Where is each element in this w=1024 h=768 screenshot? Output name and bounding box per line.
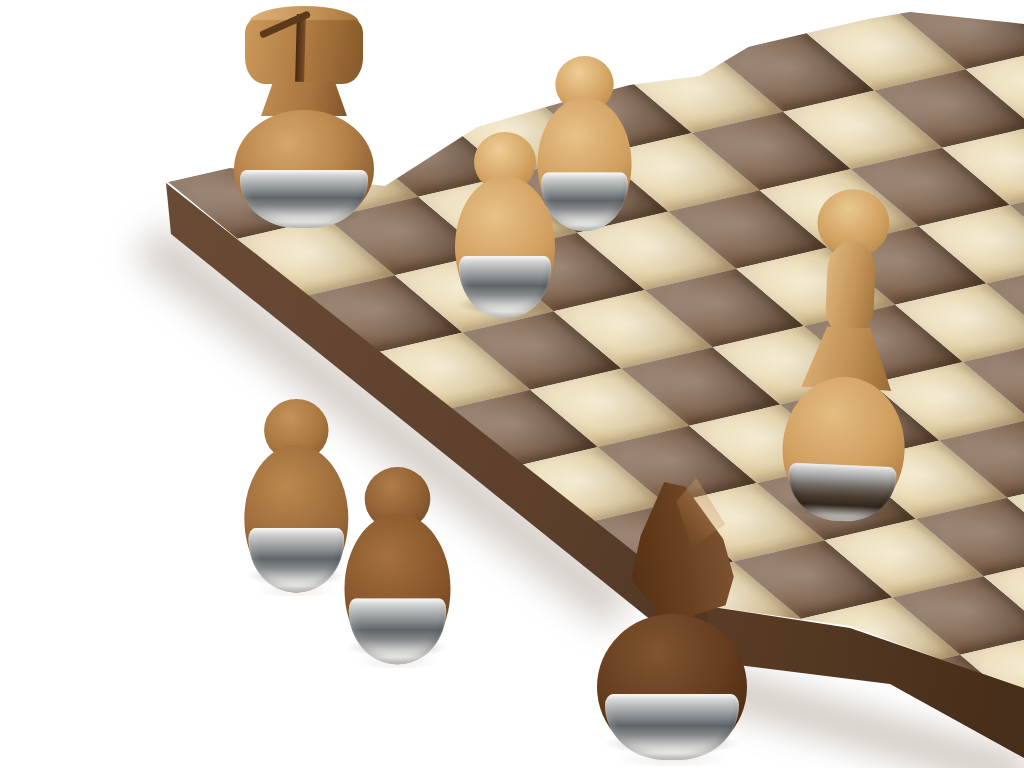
king-neck	[824, 240, 876, 338]
piece-king-beech[interactable]	[765, 186, 930, 542]
piece-rook-walnut[interactable]	[224, 6, 384, 228]
piece-pawn-walnut-b[interactable]	[336, 467, 459, 664]
board-square[interactable]	[778, 676, 937, 755]
product-photo-scene	[0, 0, 1024, 768]
piece-knight-walnut[interactable]	[587, 482, 757, 762]
piece-pawn-beech-front[interactable]	[447, 132, 563, 318]
rook-slot	[295, 14, 306, 82]
